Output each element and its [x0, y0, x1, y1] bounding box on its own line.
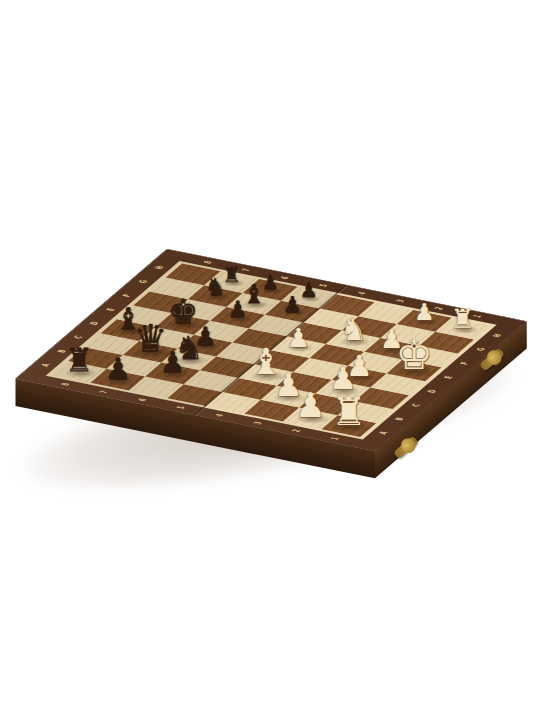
file-label-a: A [377, 431, 389, 435]
rank-label-2: 2 [290, 429, 302, 433]
black-rook-a8[interactable]: ♜ [65, 344, 94, 376]
white-rook-h1[interactable]: ♜ [451, 306, 475, 333]
black-pawn-a7[interactable]: ♟ [105, 354, 132, 384]
rank-label-3: 3 [252, 421, 264, 425]
file-label-g: G [475, 347, 487, 351]
rank-label-right-4: 4 [356, 291, 368, 295]
file-label-c: C [410, 403, 422, 407]
white-pawn-a2[interactable]: ♟ [295, 389, 325, 423]
file-label-b: B [393, 417, 405, 421]
rank-label-4: 4 [213, 413, 225, 417]
white-rook-a1[interactable]: ♜ [332, 393, 367, 432]
black-knight-g7[interactable]: ♞ [205, 275, 227, 299]
black-pawn-f6[interactable]: ♟ [228, 298, 248, 321]
white-pawn-h2[interactable]: ♟ [414, 301, 435, 324]
file-label-d: D [426, 389, 438, 394]
black-pawn-b6[interactable]: ♟ [160, 349, 186, 378]
rank-label-1: 1 [329, 436, 341, 440]
file-label-e: E [442, 375, 454, 379]
white-king-e1[interactable]: ♚ [396, 335, 433, 376]
file-label-h: H [491, 333, 503, 338]
black-pawn-g5[interactable]: ♟ [283, 293, 303, 315]
file-label-f: F [459, 361, 471, 365]
white-pawn-e4[interactable]: ♟ [287, 325, 310, 351]
white-knight-f3[interactable]: ♞ [340, 315, 367, 345]
product-photo: AABBCCDDEEFFGGHH1122334455667788 ♜♚♜♟♟♟♟… [0, 0, 540, 720]
rank-label-right-3: 3 [394, 299, 406, 303]
